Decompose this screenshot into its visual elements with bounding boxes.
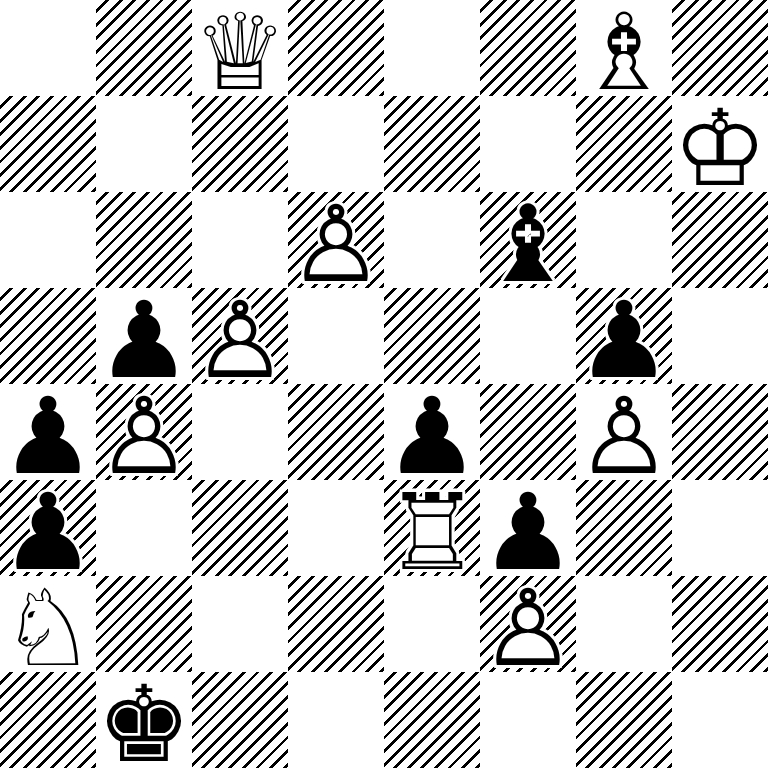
square-d4[interactable] — [288, 384, 384, 480]
square-b1[interactable]: ♚ — [96, 672, 192, 768]
white-pawn-icon: ♙ — [96, 389, 192, 480]
white-knight-a2[interactable]: ♞♘ — [0, 576, 96, 672]
square-a8[interactable] — [0, 0, 96, 96]
white-pawn-g4[interactable]: ♟♙ — [576, 384, 672, 480]
white-knight-icon: ♘ — [0, 581, 96, 672]
square-a4[interactable]: ♟ — [0, 384, 96, 480]
square-h5[interactable] — [672, 288, 768, 384]
white-pawn-c5[interactable]: ♟♙ — [192, 288, 288, 384]
square-a5[interactable] — [0, 288, 96, 384]
square-d5[interactable] — [288, 288, 384, 384]
white-pawn-icon: ♙ — [576, 389, 672, 480]
black-pawn-b5[interactable]: ♟ — [96, 288, 192, 384]
square-c3[interactable] — [192, 480, 288, 576]
square-a6[interactable] — [0, 192, 96, 288]
square-h2[interactable] — [672, 576, 768, 672]
black-pawn-f3[interactable]: ♟ — [480, 480, 576, 576]
square-d7[interactable] — [288, 96, 384, 192]
square-b4[interactable]: ♟♙ — [96, 384, 192, 480]
black-pawn-icon: ♟ — [96, 293, 192, 384]
square-a1[interactable] — [0, 672, 96, 768]
black-king-icon: ♚ — [96, 677, 192, 768]
square-g1[interactable] — [576, 672, 672, 768]
square-f1[interactable] — [480, 672, 576, 768]
black-pawn-g5[interactable]: ♟ — [576, 288, 672, 384]
square-g8[interactable]: ♝♗ — [576, 0, 672, 96]
square-c1[interactable] — [192, 672, 288, 768]
black-pawn-icon: ♟ — [0, 389, 96, 480]
black-pawn-icon: ♟ — [0, 485, 96, 576]
white-pawn-b4[interactable]: ♟♙ — [96, 384, 192, 480]
square-c5[interactable]: ♟♙ — [192, 288, 288, 384]
black-pawn-icon: ♟ — [576, 293, 672, 384]
black-pawn-icon: ♟ — [480, 485, 576, 576]
square-e4[interactable]: ♟ — [384, 384, 480, 480]
square-e1[interactable] — [384, 672, 480, 768]
black-bishop-f6[interactable]: ♝ — [480, 192, 576, 288]
chess-board: ♛♕♝♗♚♔♟♙♝♟♟♙♟♟♟♙♟♟♙♟♜♖♟♞♘♟♙♚ — [0, 0, 768, 768]
square-g5[interactable]: ♟ — [576, 288, 672, 384]
square-a7[interactable] — [0, 96, 96, 192]
white-pawn-icon: ♙ — [192, 293, 288, 384]
square-b2[interactable] — [96, 576, 192, 672]
white-bishop-icon: ♗ — [576, 5, 672, 96]
square-g6[interactable] — [576, 192, 672, 288]
square-g2[interactable] — [576, 576, 672, 672]
square-f5[interactable] — [480, 288, 576, 384]
square-h4[interactable] — [672, 384, 768, 480]
square-c8[interactable]: ♛♕ — [192, 0, 288, 96]
white-pawn-f2[interactable]: ♟♙ — [480, 576, 576, 672]
square-c4[interactable] — [192, 384, 288, 480]
square-b3[interactable] — [96, 480, 192, 576]
black-pawn-icon: ♟ — [384, 389, 480, 480]
square-g4[interactable]: ♟♙ — [576, 384, 672, 480]
square-h3[interactable] — [672, 480, 768, 576]
square-e2[interactable] — [384, 576, 480, 672]
square-d2[interactable] — [288, 576, 384, 672]
square-d3[interactable] — [288, 480, 384, 576]
square-e7[interactable] — [384, 96, 480, 192]
square-d1[interactable] — [288, 672, 384, 768]
square-c7[interactable] — [192, 96, 288, 192]
white-king-h7[interactable]: ♚♔ — [672, 96, 768, 192]
square-f4[interactable] — [480, 384, 576, 480]
square-c6[interactable] — [192, 192, 288, 288]
square-f3[interactable]: ♟ — [480, 480, 576, 576]
square-d8[interactable] — [288, 0, 384, 96]
white-rook-e3[interactable]: ♜♖ — [384, 480, 480, 576]
black-pawn-a4[interactable]: ♟ — [0, 384, 96, 480]
square-d6[interactable]: ♟♙ — [288, 192, 384, 288]
black-bishop-icon: ♝ — [480, 197, 576, 288]
square-f8[interactable] — [480, 0, 576, 96]
square-a3[interactable]: ♟ — [0, 480, 96, 576]
square-g7[interactable] — [576, 96, 672, 192]
square-b7[interactable] — [96, 96, 192, 192]
square-g3[interactable] — [576, 480, 672, 576]
white-queen-c8[interactable]: ♛♕ — [192, 0, 288, 96]
black-king-b1[interactable]: ♚ — [96, 672, 192, 768]
white-queen-icon: ♕ — [192, 5, 288, 96]
square-f7[interactable] — [480, 96, 576, 192]
square-h6[interactable] — [672, 192, 768, 288]
white-bishop-g8[interactable]: ♝♗ — [576, 0, 672, 96]
square-f6[interactable]: ♝ — [480, 192, 576, 288]
white-king-icon: ♔ — [672, 101, 768, 192]
white-pawn-d6[interactable]: ♟♙ — [288, 192, 384, 288]
square-b6[interactable] — [96, 192, 192, 288]
square-e6[interactable] — [384, 192, 480, 288]
square-f2[interactable]: ♟♙ — [480, 576, 576, 672]
square-h1[interactable] — [672, 672, 768, 768]
square-a2[interactable]: ♞♘ — [0, 576, 96, 672]
square-e3[interactable]: ♜♖ — [384, 480, 480, 576]
square-b8[interactable] — [96, 0, 192, 96]
square-c2[interactable] — [192, 576, 288, 672]
square-h7[interactable]: ♚♔ — [672, 96, 768, 192]
black-pawn-e4[interactable]: ♟ — [384, 384, 480, 480]
square-e8[interactable] — [384, 0, 480, 96]
white-pawn-icon: ♙ — [288, 197, 384, 288]
square-h8[interactable] — [672, 0, 768, 96]
white-rook-icon: ♖ — [384, 485, 480, 576]
square-e5[interactable] — [384, 288, 480, 384]
white-pawn-icon: ♙ — [480, 581, 576, 672]
square-b5[interactable]: ♟ — [96, 288, 192, 384]
black-pawn-a3[interactable]: ♟ — [0, 480, 96, 576]
